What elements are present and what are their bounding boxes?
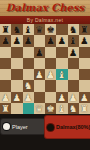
square-c8[interactable]: ♝ xyxy=(23,24,34,35)
square-e7[interactable]: ♟ xyxy=(45,35,56,46)
square-d7[interactable] xyxy=(34,35,45,46)
square-h4[interactable] xyxy=(79,69,90,80)
piece-black-queen: ♛ xyxy=(35,24,44,35)
piece-white-pawn: ♟ xyxy=(46,69,55,80)
piece-black-knight: ♞ xyxy=(13,24,22,35)
square-a8[interactable]: ♜ xyxy=(0,24,11,35)
piece-white-bishop: ♝ xyxy=(58,103,67,114)
square-b4[interactable] xyxy=(11,69,22,80)
square-e6[interactable] xyxy=(45,47,56,58)
piece-white-pawn: ♟ xyxy=(35,69,44,80)
square-f4[interactable]: ♝ xyxy=(56,69,67,80)
square-c6[interactable] xyxy=(23,47,34,58)
piece-white-queen: ♛ xyxy=(35,103,44,114)
square-a4[interactable] xyxy=(0,69,11,80)
square-f3[interactable] xyxy=(56,80,67,91)
square-f5[interactable] xyxy=(56,58,67,69)
square-h3[interactable] xyxy=(79,80,90,91)
square-e8[interactable]: ♚ xyxy=(45,24,56,35)
white-player-chip[interactable]: Player xyxy=(1,119,45,134)
piece-white-pawn: ♟ xyxy=(13,92,22,103)
white-circle-icon xyxy=(3,123,10,130)
square-d1[interactable]: ♛ xyxy=(34,103,45,114)
square-b7[interactable]: ♟ xyxy=(11,35,22,46)
piece-black-rook: ♜ xyxy=(80,24,89,35)
piece-white-bishop: ♝ xyxy=(58,69,67,80)
square-a6[interactable] xyxy=(0,47,11,58)
piece-black-pawn: ♟ xyxy=(69,47,78,58)
square-d2[interactable] xyxy=(34,92,45,103)
square-f1[interactable]: ♝ xyxy=(56,103,67,114)
black-player-name: Dalmax(80%) xyxy=(56,124,90,130)
piece-black-rook: ♜ xyxy=(1,24,10,35)
square-h8[interactable]: ♜ xyxy=(79,24,90,35)
square-f2[interactable]: ♟ xyxy=(56,92,67,103)
black-player-chip active-turn[interactable]: Dalmax(80%) xyxy=(45,116,90,138)
piece-white-pawn: ♟ xyxy=(80,92,89,103)
square-e3[interactable] xyxy=(45,80,56,91)
square-b1[interactable] xyxy=(11,103,22,114)
piece-white-pawn: ♟ xyxy=(1,92,10,103)
square-h7[interactable]: ♟ xyxy=(79,35,90,46)
square-g8[interactable]: ♞ xyxy=(68,24,79,35)
app-title: Dalmax Chess xyxy=(0,1,90,15)
piece-black-pawn: ♟ xyxy=(46,35,55,46)
square-f7[interactable]: ♟ xyxy=(56,35,67,46)
piece-white-pawn: ♟ xyxy=(24,92,33,103)
piece-black-bishop: ♝ xyxy=(24,24,33,35)
square-c5[interactable] xyxy=(23,58,34,69)
square-c7[interactable]: ♟ xyxy=(23,35,34,46)
square-h5[interactable] xyxy=(79,58,90,69)
chess-board[interactable]: ♜♞♝♛♚♞♜♟♟♟♟♟♝♟♟♟♟♟♝♞♟♟♟♟♟♟♜♛♚♝♞♜ xyxy=(0,24,90,114)
square-a1[interactable]: ♜ xyxy=(0,103,11,114)
square-g7[interactable]: ♝ xyxy=(68,35,79,46)
square-b5[interactable] xyxy=(11,58,22,69)
square-a5[interactable] xyxy=(0,58,11,69)
square-h6[interactable] xyxy=(79,47,90,58)
square-c1[interactable] xyxy=(23,103,34,114)
square-e4[interactable]: ♟ xyxy=(45,69,56,80)
square-b2[interactable]: ♟ xyxy=(11,92,22,103)
app-subtitle: By Dalmax.net xyxy=(27,16,63,24)
square-b8[interactable]: ♞ xyxy=(11,24,22,35)
square-g3[interactable] xyxy=(68,80,79,91)
square-g5[interactable] xyxy=(68,58,79,69)
piece-black-knight: ♞ xyxy=(69,24,78,35)
square-b6[interactable] xyxy=(11,47,22,58)
square-c3[interactable]: ♞ xyxy=(23,80,34,91)
piece-black-pawn: ♟ xyxy=(13,35,22,46)
piece-black-pawn: ♟ xyxy=(24,35,33,46)
piece-black-pawn: ♟ xyxy=(1,35,10,46)
square-g4[interactable] xyxy=(68,69,79,80)
piece-white-pawn: ♟ xyxy=(69,92,78,103)
header: Dalmax Chess xyxy=(0,0,90,16)
piece-white-knight: ♞ xyxy=(69,103,78,114)
square-a7[interactable]: ♟ xyxy=(0,35,11,46)
square-c4[interactable] xyxy=(23,69,34,80)
square-f8[interactable] xyxy=(56,24,67,35)
square-h1[interactable]: ♜ xyxy=(79,103,90,114)
square-a3[interactable] xyxy=(0,80,11,91)
player-panel: Player Dalmax(80%) xyxy=(0,114,90,150)
square-e1[interactable]: ♚ xyxy=(45,103,56,114)
square-g2[interactable]: ♟ xyxy=(68,92,79,103)
black-circle-icon xyxy=(47,124,54,131)
piece-black-pawn: ♟ xyxy=(58,35,67,46)
piece-white-rook: ♜ xyxy=(80,103,89,114)
dalmax-chess-app: Dalmax Chess By Dalmax.net ♜♞♝♛♚♞♜♟♟♟♟♟♝… xyxy=(0,0,90,150)
square-e5[interactable] xyxy=(45,58,56,69)
square-d5[interactable] xyxy=(34,58,45,69)
square-d6[interactable]: ♟ xyxy=(34,47,45,58)
piece-white-rook: ♜ xyxy=(1,103,10,114)
square-d8[interactable]: ♛ xyxy=(34,24,45,35)
piece-black-pawn: ♟ xyxy=(80,35,89,46)
piece-black-king: ♚ xyxy=(46,24,55,35)
square-f6[interactable] xyxy=(56,47,67,58)
white-player-name: Player xyxy=(12,124,28,130)
subtitle-bar: By Dalmax.net xyxy=(0,16,90,24)
square-g1[interactable]: ♞ xyxy=(68,103,79,114)
square-b3[interactable] xyxy=(11,80,22,91)
square-d3[interactable] xyxy=(34,80,45,91)
piece-black-pawn: ♟ xyxy=(35,47,44,58)
square-c2[interactable]: ♟ xyxy=(23,92,34,103)
square-e2[interactable] xyxy=(45,92,56,103)
square-a2[interactable]: ♟ xyxy=(0,92,11,103)
square-g6[interactable]: ♟ xyxy=(68,47,79,58)
square-d4[interactable]: ♟ xyxy=(34,69,45,80)
square-h2[interactable]: ♟ xyxy=(79,92,90,103)
piece-white-king: ♚ xyxy=(46,103,55,114)
piece-white-pawn: ♟ xyxy=(58,92,67,103)
piece-black-bishop: ♝ xyxy=(69,35,78,46)
piece-white-knight: ♞ xyxy=(24,80,33,91)
